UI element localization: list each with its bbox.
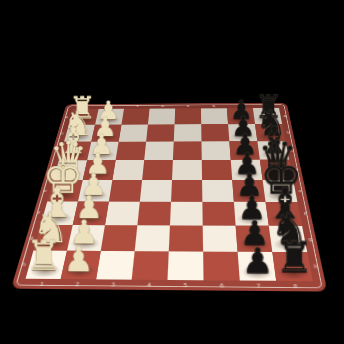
coordinate-label: a xyxy=(279,108,291,124)
square-f5 xyxy=(170,202,203,226)
square-h2: ♟ xyxy=(61,251,101,280)
square-f7: ♟ xyxy=(234,202,269,226)
square-c8: ♝ xyxy=(257,141,289,160)
square-d8: ♛ xyxy=(260,160,293,180)
square-f2: ♟ xyxy=(73,202,109,226)
coordinate-label: 4 xyxy=(150,103,176,108)
square-c4 xyxy=(144,142,174,161)
coordinate-label: 7 xyxy=(227,103,253,108)
square-d5 xyxy=(172,160,202,180)
square-d4 xyxy=(142,160,173,180)
square-h3 xyxy=(96,251,135,280)
square-b8: ♞ xyxy=(255,124,285,141)
square-g4 xyxy=(135,225,170,251)
square-b1: ♞ xyxy=(64,125,95,142)
square-f4 xyxy=(137,202,171,226)
coordinate-label: 5 xyxy=(175,103,201,108)
square-a1: ♜ xyxy=(69,109,99,125)
square-c6 xyxy=(201,141,230,160)
white-pawn: ♟ xyxy=(97,98,120,124)
square-g7: ♟ xyxy=(236,226,273,252)
square-e5 xyxy=(171,180,202,202)
square-b3 xyxy=(119,125,148,142)
square-h5 xyxy=(167,251,203,280)
square-h7: ♟ xyxy=(238,252,277,281)
square-b7: ♟ xyxy=(228,124,257,141)
square-h6 xyxy=(203,252,240,281)
square-a7: ♟ xyxy=(227,108,255,124)
coordinate-label: 4 xyxy=(131,280,168,290)
square-d2: ♟ xyxy=(83,160,116,180)
coordinate-label: 3 xyxy=(124,104,150,109)
square-d3 xyxy=(112,160,144,180)
coordinate-label: 2 xyxy=(58,279,96,289)
square-a6 xyxy=(201,108,228,124)
square-f3 xyxy=(105,202,140,226)
square-a2: ♟ xyxy=(95,109,124,125)
square-g5 xyxy=(169,225,203,251)
square-c2: ♟ xyxy=(87,142,118,160)
square-e7: ♟ xyxy=(232,180,265,202)
square-h4 xyxy=(132,251,169,280)
square-f1: ♝ xyxy=(41,202,78,226)
coordinate-label: 2 xyxy=(99,104,125,109)
square-b6 xyxy=(201,124,229,141)
square-e3 xyxy=(109,180,142,202)
square-e4 xyxy=(140,180,172,202)
coordinate-label: 7 xyxy=(240,281,278,292)
coordinate-label: b xyxy=(282,124,295,141)
square-e8: ♚ xyxy=(263,180,298,202)
coordinate-label: 1 xyxy=(73,104,99,109)
chess-board: ♜♟♟♜♞♟♟♞♝♟♟♝♛♟♟♛♚♟♟♚♝♟♟♝♞♟♟♞♜♟♟♜ xyxy=(26,108,313,281)
square-g6 xyxy=(203,226,238,252)
square-a8: ♜ xyxy=(253,108,282,124)
coordinate-label: 6 xyxy=(204,280,241,291)
coordinate-label: 3 xyxy=(94,279,131,289)
square-b2: ♟ xyxy=(91,125,121,142)
square-a5 xyxy=(175,108,202,124)
square-g3 xyxy=(101,225,138,251)
square-g2: ♟ xyxy=(67,225,105,251)
square-c7: ♟ xyxy=(229,141,260,160)
square-d7: ♟ xyxy=(231,160,263,180)
coordinate-label: 6 xyxy=(201,103,227,108)
square-f6 xyxy=(202,202,235,226)
square-a4 xyxy=(148,108,175,124)
square-f8: ♝ xyxy=(266,202,303,226)
square-d6 xyxy=(202,160,232,180)
square-e2: ♟ xyxy=(78,180,112,202)
square-h8: ♜ xyxy=(272,252,313,281)
square-c1: ♝ xyxy=(59,142,91,160)
square-b5 xyxy=(174,124,202,141)
black-pawn: ♟ xyxy=(230,97,253,123)
square-a3 xyxy=(121,109,149,125)
square-e6 xyxy=(202,180,234,202)
square-b4 xyxy=(146,124,174,141)
square-d1: ♛ xyxy=(53,160,87,180)
coordinate-label: 5 xyxy=(167,280,204,290)
photo-background: ♜♟♟♜♞♟♟♞♝♟♟♝♛♟♟♛♚♟♟♚♝♟♟♝♞♟♟♞♜♟♟♜ 1234567… xyxy=(0,0,344,344)
coordinate-label: 8 xyxy=(276,281,315,292)
chess-mat: ♜♟♟♜♞♟♟♞♝♟♟♝♛♟♟♛♚♟♟♚♝♟♟♝♞♟♟♞♜♟♟♜ 1234567… xyxy=(11,103,328,292)
square-c5 xyxy=(173,141,202,160)
coordinate-label: 1 xyxy=(23,279,61,289)
square-e1: ♚ xyxy=(47,180,83,202)
coordinate-label: 8 xyxy=(252,103,279,108)
square-g8: ♞ xyxy=(269,226,307,252)
square-c3 xyxy=(116,142,147,160)
